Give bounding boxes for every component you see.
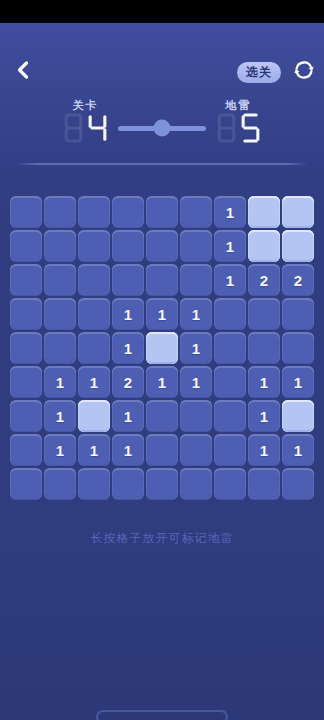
cell-r8c3[interactable]: 1 [78,434,110,466]
cell-r1c9[interactable] [282,196,314,228]
cell-r1c5[interactable] [146,196,178,228]
cell-r7c9[interactable] [282,400,314,432]
app-root: 选关 关卡 [0,0,324,720]
mines-display [216,112,261,144]
slider-handle[interactable] [154,120,171,137]
cell-r2c8[interactable] [248,230,280,262]
cell-r3c6[interactable] [180,264,212,296]
level-slider-wrap [118,98,206,144]
cell-r3c3[interactable] [78,264,110,296]
cell-r7c6[interactable] [180,400,212,432]
cell-r3c4[interactable] [112,264,144,296]
cell-r2c2[interactable] [44,230,76,262]
cell-r6c1[interactable] [10,366,42,398]
cell-r1c4[interactable] [112,196,144,228]
cell-r8c8[interactable]: 1 [248,434,280,466]
level-select-button[interactable]: 选关 [237,62,281,83]
cell-r9c5[interactable] [146,468,178,500]
cell-r6c7[interactable] [214,366,246,398]
level-group: 关卡 [63,98,108,144]
cell-r8c9[interactable]: 1 [282,434,314,466]
minesweeper-board: 1112211111112111111111111 [10,196,314,500]
cell-r8c2[interactable]: 1 [44,434,76,466]
cell-r5c7[interactable] [214,332,246,364]
seg-digit [240,112,261,144]
cell-r6c8[interactable]: 1 [248,366,280,398]
cell-r8c4[interactable]: 1 [112,434,144,466]
cell-r4c1[interactable] [10,298,42,330]
cell-r2c3[interactable] [78,230,110,262]
cell-r7c5[interactable] [146,400,178,432]
cell-r5c1[interactable] [10,332,42,364]
cell-r9c1[interactable] [10,468,42,500]
seg-ghost-digit [63,112,84,144]
cell-r4c8[interactable] [248,298,280,330]
section-divider [16,163,308,165]
cell-r5c6[interactable]: 1 [180,332,212,364]
cell-r1c3[interactable] [78,196,110,228]
cell-r2c7[interactable]: 1 [214,230,246,262]
mines-group: 地雷 [216,98,261,144]
cell-r2c1[interactable] [10,230,42,262]
cell-r6c4[interactable]: 2 [112,366,144,398]
cell-r3c8[interactable]: 2 [248,264,280,296]
cell-r7c7[interactable] [214,400,246,432]
cell-r4c3[interactable] [78,298,110,330]
cell-r4c4[interactable]: 1 [112,298,144,330]
cell-r1c7[interactable]: 1 [214,196,246,228]
controls-row: 关卡 地雷 [0,98,324,144]
cell-r4c5[interactable]: 1 [146,298,178,330]
cell-r9c7[interactable] [214,468,246,500]
cell-r8c5[interactable] [146,434,178,466]
chevron-left-icon [11,57,37,87]
mines-label: 地雷 [226,98,252,112]
cell-r5c8[interactable] [248,332,280,364]
cell-r6c9[interactable]: 1 [282,366,314,398]
seg-digit [87,112,108,144]
cell-r5c5[interactable] [146,332,178,364]
cell-r6c2[interactable]: 1 [44,366,76,398]
cell-r4c7[interactable] [214,298,246,330]
top-bar: 选关 [0,23,324,88]
cell-r2c4[interactable] [112,230,144,262]
cell-r2c5[interactable] [146,230,178,262]
cell-r1c6[interactable] [180,196,212,228]
cell-r3c9[interactable]: 2 [282,264,314,296]
cell-r7c4[interactable]: 1 [112,400,144,432]
home-indicator[interactable] [96,710,228,720]
cell-r8c1[interactable] [10,434,42,466]
cell-r9c8[interactable] [248,468,280,500]
cell-r7c1[interactable] [10,400,42,432]
cell-r5c3[interactable] [78,332,110,364]
level-slider[interactable] [118,112,206,144]
cell-r3c7[interactable]: 1 [214,264,246,296]
cell-r4c2[interactable] [44,298,76,330]
cell-r3c2[interactable] [44,264,76,296]
game-screen: 选关 关卡 [0,23,324,720]
cell-r9c3[interactable] [78,468,110,500]
cell-r3c5[interactable] [146,264,178,296]
status-bar [0,0,324,23]
cell-r9c2[interactable] [44,468,76,500]
cell-r8c7[interactable] [214,434,246,466]
cell-r9c9[interactable] [282,468,314,500]
cell-r2c9[interactable] [282,230,314,262]
cell-r2c6[interactable] [180,230,212,262]
cell-r5c4[interactable]: 1 [112,332,144,364]
cell-r6c5[interactable]: 1 [146,366,178,398]
cell-r4c6[interactable]: 1 [180,298,212,330]
level-select-label: 选关 [246,64,272,81]
back-button[interactable] [9,57,39,87]
level-display [63,112,108,144]
refresh-button[interactable] [291,59,317,85]
cell-r6c3[interactable]: 1 [78,366,110,398]
level-label: 关卡 [73,98,99,112]
hint-text: 长按格子放开可标记地雷 [0,530,324,547]
cell-r8c6[interactable] [180,434,212,466]
cell-r5c2[interactable] [44,332,76,364]
refresh-icon [292,58,316,86]
cell-r4c9[interactable] [282,298,314,330]
cell-r6c6[interactable]: 1 [180,366,212,398]
cell-r7c2[interactable]: 1 [44,400,76,432]
cell-r7c3[interactable] [78,400,110,432]
cell-r9c4[interactable] [112,468,144,500]
cell-r9c6[interactable] [180,468,212,500]
cell-r1c2[interactable] [44,196,76,228]
cell-r5c9[interactable] [282,332,314,364]
cell-r1c8[interactable] [248,196,280,228]
cell-r3c1[interactable] [10,264,42,296]
cell-r7c8[interactable]: 1 [248,400,280,432]
cell-r1c1[interactable] [10,196,42,228]
seg-ghost-digit [216,112,237,144]
